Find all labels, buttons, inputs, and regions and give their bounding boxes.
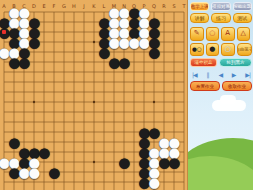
stone-button-row: ●○ ● ○ 自由落子: [189, 43, 253, 57]
pen-tool-button[interactable]: ✎: [190, 27, 204, 41]
clear-board-button[interactable]: 清空棋盘: [190, 58, 217, 67]
svg-text:M: M: [112, 3, 116, 9]
white-stone-icon: ○: [225, 43, 231, 56]
smart-quiz-button[interactable]: 智能出题: [233, 2, 252, 11]
white-stone-button[interactable]: ○: [221, 43, 235, 57]
svg-text:S: S: [172, 3, 175, 9]
pause-icon[interactable]: ||: [206, 70, 208, 79]
first-move-icon[interactable]: |◀: [192, 70, 197, 79]
triangle-mark-icon: △: [241, 27, 246, 40]
alternate-stones-icon: ●○: [192, 43, 202, 56]
go-teaching-app: ABCDEFGHJKLMNOPQRST●●●●●●●●●●●●●●●●●●●●●…: [0, 0, 253, 190]
board-grid: ABCDEFGHJKLMNOPQRST: [0, 0, 188, 190]
action-row: 清空棋盘 轮到黑方: [189, 58, 253, 67]
teach-class-button[interactable]: 教学上课: [190, 2, 209, 11]
prev-move-icon[interactable]: ◀: [218, 70, 222, 79]
tool-button-row: ✎ ○ A △: [189, 27, 253, 41]
svg-text:P: P: [142, 3, 145, 9]
last-move-marker: [2, 30, 6, 34]
sidebar: 教学上课 模拟对局 智能出题 讲解 练习 测试 ✎ ○ A △ ●○ ● ○ 自…: [189, 0, 253, 91]
svg-text:T: T: [181, 3, 186, 9]
mock-game-button[interactable]: 模拟对局: [211, 2, 230, 11]
practice-button[interactable]: 练习: [211, 13, 230, 23]
circle-mark-icon: ○: [209, 27, 215, 40]
circle-mark-button[interactable]: ○: [206, 27, 220, 41]
triangle-mark-button[interactable]: △: [237, 27, 251, 41]
assign-homework-button[interactable]: 布置作业: [190, 81, 220, 91]
svg-text:R: R: [162, 3, 166, 9]
alternate-stones-button[interactable]: ●○: [190, 43, 204, 57]
svg-text:D: D: [32, 3, 36, 9]
svg-text:C: C: [22, 3, 26, 9]
svg-text:J: J: [82, 3, 84, 9]
svg-text:N: N: [122, 3, 126, 9]
free-place-button[interactable]: 自由落子: [237, 43, 253, 57]
last-move-icon[interactable]: ▶|: [245, 70, 250, 79]
svg-text:A: A: [2, 3, 6, 9]
go-board[interactable]: ABCDEFGHJKLMNOPQRST●●●●●●●●●●●●●●●●●●●●●…: [0, 0, 188, 190]
pen-icon: ✎: [194, 27, 200, 40]
svg-text:K: K: [92, 3, 96, 9]
svg-text:F: F: [53, 3, 56, 9]
next-move-icon[interactable]: ▶: [232, 70, 236, 79]
svg-text:E: E: [42, 3, 45, 9]
svg-text:Q: Q: [152, 3, 156, 9]
collect-homework-button[interactable]: 收取作业: [222, 81, 252, 91]
svg-text:H: H: [72, 3, 76, 9]
svg-text:B: B: [12, 3, 16, 9]
test-button[interactable]: 测试: [233, 13, 252, 23]
playback-controls: |◀ || ◀ ▶ ▶|: [189, 70, 253, 79]
svg-text:O: O: [132, 3, 136, 9]
black-stone-icon: ●: [209, 43, 215, 56]
lecture-button[interactable]: 讲解: [190, 13, 209, 23]
black-stone-button[interactable]: ●: [206, 43, 220, 57]
turn-indicator-badge[interactable]: 轮到黑方: [219, 58, 252, 67]
mode-button-row: 讲解 练习 测试: [189, 13, 253, 23]
svg-text:G: G: [62, 3, 66, 9]
top-button-row: 教学上课 模拟对局 智能出题: [189, 2, 253, 11]
letter-mark-icon: A: [225, 27, 230, 40]
letter-mark-button[interactable]: A: [221, 27, 235, 41]
homework-row: 布置作业 收取作业: [189, 81, 253, 91]
svg-text:L: L: [103, 3, 106, 9]
cloud: [220, 95, 236, 104]
